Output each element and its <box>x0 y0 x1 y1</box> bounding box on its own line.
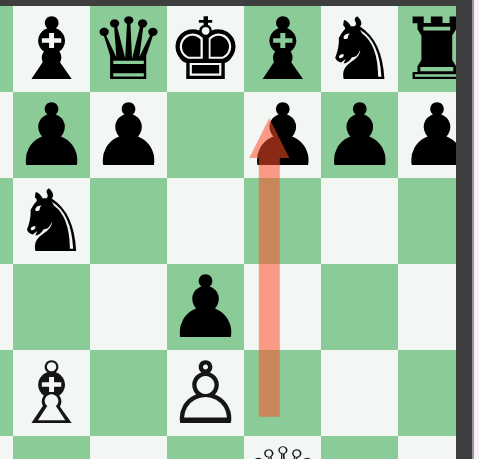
square-b8[interactable] <box>0 6 13 92</box>
square-c7[interactable]: ♟ <box>13 92 90 178</box>
black-king-e8[interactable]: ♚ <box>167 6 244 92</box>
square-e4[interactable]: ♙ <box>167 350 244 436</box>
black-pawn-d7[interactable]: ♟ <box>90 92 167 178</box>
square-e3[interactable] <box>167 436 244 459</box>
page-background-margin <box>474 0 479 459</box>
black-knight-c6[interactable]: ♞ <box>13 178 90 264</box>
square-c6[interactable]: ♞ <box>13 178 90 264</box>
square-d4[interactable] <box>90 350 167 436</box>
black-knight-g8[interactable]: ♞ <box>321 6 398 92</box>
square-f7[interactable]: ♟ <box>244 92 321 178</box>
square-d8[interactable]: ♛ <box>90 6 167 92</box>
square-c4[interactable]: ♗ <box>13 350 90 436</box>
square-f3[interactable]: ♕ <box>244 436 321 459</box>
square-c5[interactable] <box>13 264 90 350</box>
square-f6[interactable] <box>244 178 321 264</box>
white-bishop-c4[interactable]: ♗ <box>13 350 90 436</box>
square-b3[interactable] <box>0 436 13 459</box>
square-g3[interactable] <box>321 436 398 459</box>
black-bishop-c8[interactable]: ♝ <box>13 6 90 92</box>
square-e5[interactable]: ♟ <box>167 264 244 350</box>
square-d6[interactable] <box>90 178 167 264</box>
window-top-edge <box>0 0 474 6</box>
chess-board-screenshot: ♜♝♛♚♝♞♜♟♟♟♟♟♟♟♞♟♗♙♕♙♙♙♙♙♙♙♖♘♗♔♘♖ <box>0 0 479 459</box>
black-pawn-c7[interactable]: ♟ <box>13 92 90 178</box>
square-f4[interactable] <box>244 350 321 436</box>
square-b5[interactable] <box>0 264 13 350</box>
black-queen-d8[interactable]: ♛ <box>90 6 167 92</box>
black-pawn-b7[interactable]: ♟ <box>0 92 13 178</box>
black-pawn-g7[interactable]: ♟ <box>321 92 398 178</box>
square-g4[interactable] <box>321 350 398 436</box>
square-e6[interactable] <box>167 178 244 264</box>
square-g8[interactable]: ♞ <box>321 6 398 92</box>
window-right-edge <box>456 0 472 459</box>
square-e8[interactable]: ♚ <box>167 6 244 92</box>
square-d5[interactable] <box>90 264 167 350</box>
square-b7[interactable]: ♟ <box>0 92 13 178</box>
square-c8[interactable]: ♝ <box>13 6 90 92</box>
square-g7[interactable]: ♟ <box>321 92 398 178</box>
square-b6[interactable] <box>0 178 13 264</box>
black-bishop-f8[interactable]: ♝ <box>244 6 321 92</box>
square-d3[interactable] <box>90 436 167 459</box>
square-f8[interactable]: ♝ <box>244 6 321 92</box>
white-pawn-e4[interactable]: ♙ <box>167 350 244 436</box>
square-e7[interactable] <box>167 92 244 178</box>
chess-board: ♜♝♛♚♝♞♜♟♟♟♟♟♟♟♞♟♗♙♕♙♙♙♙♙♙♙♖♘♗♔♘♖ <box>0 6 456 459</box>
square-g6[interactable] <box>321 178 398 264</box>
square-c3[interactable] <box>13 436 90 459</box>
square-b4[interactable] <box>0 350 13 436</box>
square-f5[interactable] <box>244 264 321 350</box>
square-d7[interactable]: ♟ <box>90 92 167 178</box>
black-pawn-f7[interactable]: ♟ <box>244 92 321 178</box>
white-queen-f3[interactable]: ♕ <box>244 436 321 459</box>
square-g5[interactable] <box>321 264 398 350</box>
black-pawn-e5[interactable]: ♟ <box>167 264 244 350</box>
